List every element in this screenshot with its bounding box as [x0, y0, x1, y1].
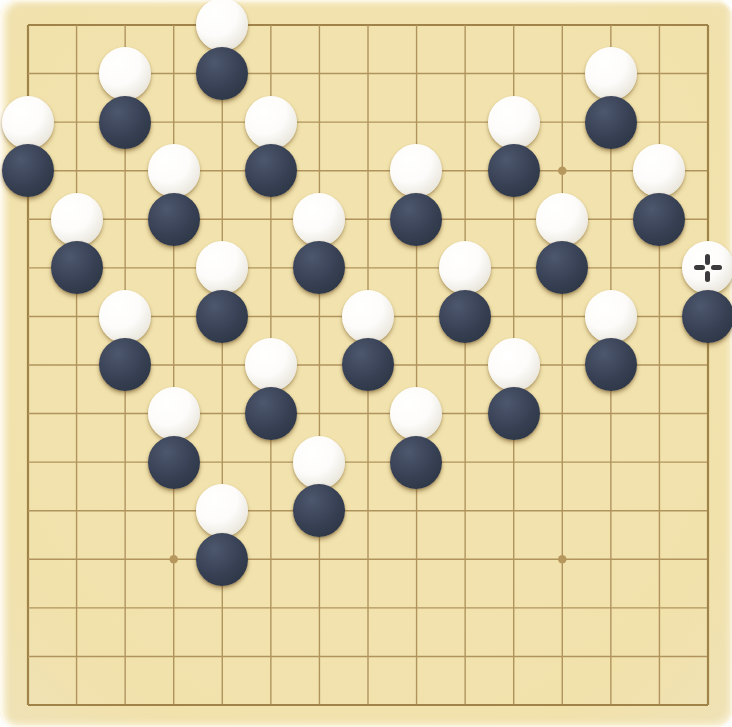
- black-stone: [196, 290, 248, 343]
- white-stone: [148, 387, 200, 440]
- black-stone: [196, 533, 248, 586]
- black-stone: [99, 338, 151, 391]
- black-stone: [51, 241, 103, 294]
- gomoku-app: [0, 0, 732, 727]
- white-stone: [245, 338, 297, 391]
- crosshair-bar: [711, 265, 722, 270]
- white-stone: [585, 290, 637, 343]
- crosshair-bar: [694, 265, 705, 270]
- black-stone: [245, 144, 297, 197]
- black-stone: [293, 484, 345, 537]
- white-stone: [439, 241, 491, 294]
- black-stone: [148, 436, 200, 489]
- white-stone: [245, 96, 297, 149]
- black-stone: [390, 193, 442, 246]
- black-stone: [2, 144, 54, 197]
- black-stone: [148, 193, 200, 246]
- white-stone: [488, 338, 540, 391]
- white-stone: [99, 47, 151, 100]
- cursor-crosshair-icon[interactable]: [694, 254, 722, 282]
- black-stone: [682, 290, 732, 343]
- white-stone: [293, 436, 345, 489]
- white-stone: [51, 193, 103, 246]
- stones-layer: [4, 1, 732, 727]
- black-stone: [245, 387, 297, 440]
- white-stone: [2, 96, 54, 149]
- crosshair-bar: [705, 271, 710, 282]
- white-stone: [196, 241, 248, 294]
- white-stone: [99, 290, 151, 343]
- white-stone: [148, 144, 200, 197]
- white-stone: [390, 387, 442, 440]
- black-stone: [390, 436, 442, 489]
- black-stone: [196, 47, 248, 100]
- black-stone: [293, 241, 345, 294]
- black-stone: [99, 96, 151, 149]
- white-stone: [633, 144, 685, 197]
- black-stone: [633, 193, 685, 246]
- black-stone: [488, 144, 540, 197]
- white-stone: [536, 193, 588, 246]
- white-stone: [390, 144, 442, 197]
- black-stone: [536, 241, 588, 294]
- white-stone: [585, 47, 637, 100]
- crosshair-bar: [705, 254, 710, 265]
- black-stone: [342, 338, 394, 391]
- gomoku-board[interactable]: [0, 0, 732, 727]
- black-stone: [585, 338, 637, 391]
- white-stone-with-cursor: [682, 241, 732, 294]
- white-stone: [342, 290, 394, 343]
- white-stone: [196, 0, 248, 51]
- black-stone: [439, 290, 491, 343]
- black-stone: [585, 96, 637, 149]
- white-stone: [293, 193, 345, 246]
- black-stone: [488, 387, 540, 440]
- white-stone: [196, 484, 248, 537]
- white-stone: [488, 96, 540, 149]
